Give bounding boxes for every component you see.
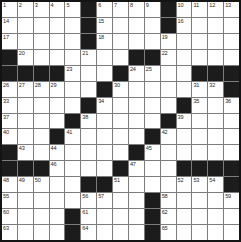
black-square (50, 129, 65, 144)
grid-cell-r14c3[interactable] (34, 209, 49, 224)
grid-cell-r7c3[interactable] (34, 98, 49, 113)
clue-number-5: 5 (66, 2, 69, 9)
black-square (81, 34, 96, 49)
black-square (50, 66, 65, 81)
grid-cell-r6c12[interactable] (177, 82, 192, 97)
grid-cell-r15c11[interactable]: 65 (161, 225, 176, 240)
grid-cell-r15c12[interactable] (177, 225, 192, 240)
grid-cell-r2c9[interactable] (129, 18, 144, 33)
clue-number-59: 59 (225, 193, 231, 200)
grid-cell-r11c9[interactable]: 47 (129, 161, 144, 176)
grid-cell-r13c13[interactable] (192, 193, 207, 208)
grid-cell-r7c1[interactable]: 33 (2, 98, 17, 113)
grid-cell-r3c8[interactable] (113, 34, 128, 49)
clue-number-42: 42 (162, 129, 168, 136)
grid-cell-r2c7[interactable]: 15 (97, 18, 112, 33)
grid-cell-r10c7[interactable] (97, 145, 112, 160)
grid-cell-r4c6[interactable]: 21 (81, 50, 96, 65)
black-square (224, 161, 239, 176)
grid-cell-r15c7[interactable] (97, 225, 112, 240)
grid-cell-r10c4[interactable]: 44 (50, 145, 65, 160)
black-square (161, 18, 176, 33)
grid-cell-r13c3[interactable] (34, 193, 49, 208)
black-square (65, 209, 80, 224)
grid-cell-r11c11[interactable] (161, 161, 176, 176)
clue-number-10: 10 (178, 2, 184, 9)
grid-cell-r6c14[interactable]: 32 (208, 82, 223, 97)
clue-number-13: 13 (225, 2, 231, 9)
grid-cell-r12c13[interactable]: 53 (192, 177, 207, 192)
black-square (129, 145, 144, 160)
crossword-board: 1234567891011121314151617181920212223242… (0, 0, 241, 242)
grid-cell-r8c1[interactable]: 37 (2, 114, 17, 129)
grid-cell-r6c11[interactable] (161, 82, 176, 97)
grid-cell-r1c14[interactable]: 12 (208, 2, 223, 17)
clue-number-36: 36 (225, 98, 231, 105)
grid-cell-r3c5[interactable] (65, 34, 80, 49)
black-square (145, 50, 160, 65)
grid-cell-r15c13[interactable] (192, 225, 207, 240)
grid-cell-r10c5[interactable] (65, 145, 80, 160)
grid-cell-r7c9[interactable] (129, 98, 144, 113)
clue-number-47: 47 (130, 161, 136, 168)
grid-cell-r10c6[interactable] (81, 145, 96, 160)
grid-cell-r10c2[interactable]: 43 (18, 145, 33, 160)
grid-cell-r9c8[interactable] (113, 129, 128, 144)
black-square (97, 82, 112, 97)
clue-number-30: 30 (114, 82, 120, 89)
grid-cell-r13c12[interactable] (177, 193, 192, 208)
clue-number-39: 39 (178, 114, 184, 121)
black-square (2, 50, 17, 65)
grid-cell-r15c8[interactable] (113, 225, 128, 240)
grid-cell-r11c5[interactable] (65, 161, 80, 176)
clue-number-41: 41 (66, 129, 72, 136)
grid-cell-r11c7[interactable] (97, 161, 112, 176)
clue-number-64: 64 (82, 225, 88, 232)
grid-cell-r4c11[interactable]: 22 (161, 50, 176, 65)
black-square (224, 82, 239, 97)
grid-cell-r15c9[interactable] (129, 225, 144, 240)
grid-cell-r12c12[interactable]: 52 (177, 177, 192, 192)
clue-number-34: 34 (98, 98, 104, 105)
clue-number-61: 61 (82, 209, 88, 216)
grid-cell-r5c9[interactable]: 24 (129, 66, 144, 81)
grid-cell-r4c14[interactable] (208, 50, 223, 65)
grid-cell-r14c15[interactable] (224, 209, 239, 224)
grid-cell-r4c15[interactable] (224, 50, 239, 65)
clue-number-16: 16 (178, 18, 184, 25)
grid-cell-r10c13[interactable] (192, 145, 207, 160)
clue-number-44: 44 (51, 145, 57, 152)
grid-cell-r14c6[interactable]: 61 (81, 209, 96, 224)
black-square (177, 161, 192, 176)
clue-number-52: 52 (178, 177, 184, 184)
grid-cell-r8c2[interactable] (18, 114, 33, 129)
clue-number-54: 54 (209, 177, 215, 184)
grid-cell-r13c4[interactable] (50, 193, 65, 208)
grid-cell-r8c3[interactable] (34, 114, 49, 129)
grid-cell-r2c4[interactable] (50, 18, 65, 33)
black-square (161, 114, 176, 129)
clue-number-33: 33 (3, 98, 9, 105)
black-square (224, 177, 239, 192)
clue-number-12: 12 (209, 2, 215, 9)
black-square (145, 193, 160, 208)
grid-cell-r4c5[interactable] (65, 50, 80, 65)
grid-cell-r9c12[interactable] (177, 129, 192, 144)
grid-cell-r1c9[interactable]: 8 (129, 2, 144, 17)
grid-cell-r1c5[interactable]: 5 (65, 2, 80, 17)
grid-cell-r8c14[interactable] (208, 114, 223, 129)
grid-cell-r14c2[interactable] (18, 209, 33, 224)
grid-cell-r8c10[interactable] (145, 114, 160, 129)
grid-cell-r6c3[interactable]: 28 (34, 82, 49, 97)
grid-cell-r15c4[interactable] (50, 225, 65, 240)
grid-cell-r1c1[interactable]: 1 (2, 2, 17, 17)
grid-cell-r15c2[interactable] (18, 225, 33, 240)
grid-cell-r13c6[interactable]: 56 (81, 193, 96, 208)
black-square (34, 66, 49, 81)
grid-cell-r14c11[interactable]: 62 (161, 209, 176, 224)
grid-cell-r6c1[interactable]: 26 (2, 82, 17, 97)
clue-number-28: 28 (35, 82, 41, 89)
clue-number-25: 25 (146, 66, 152, 73)
black-square (81, 2, 96, 17)
grid-cell-r3c13[interactable] (192, 34, 207, 49)
grid-cell-r12c5[interactable] (65, 177, 80, 192)
grid-cell-r8c7[interactable] (97, 114, 112, 129)
grid-cell-r1c13[interactable]: 11 (192, 2, 207, 17)
grid-cell-r13c15[interactable]: 59 (224, 193, 239, 208)
clue-number-35: 35 (193, 98, 199, 105)
grid-cell-r9c6[interactable] (81, 129, 96, 144)
grid-cell-r6c6[interactable] (81, 82, 96, 97)
clue-number-6: 6 (98, 2, 101, 9)
grid-cell-r4c13[interactable] (192, 50, 207, 65)
grid-cell-r7c7[interactable]: 34 (97, 98, 112, 113)
black-square (65, 225, 80, 240)
grid-cell-r11c6[interactable] (81, 161, 96, 176)
grid-cell-r7c2[interactable] (18, 98, 33, 113)
clue-number-43: 43 (19, 145, 25, 152)
grid-cell-r3c7[interactable]: 18 (97, 34, 112, 49)
grid-cell-r9c13[interactable] (192, 129, 207, 144)
grid-cell-r4c7[interactable] (97, 50, 112, 65)
clue-number-63: 63 (3, 225, 9, 232)
clue-number-32: 32 (209, 82, 215, 89)
grid-cell-r14c4[interactable] (50, 209, 65, 224)
black-square (97, 177, 112, 192)
grid-cell-r12c3[interactable]: 50 (34, 177, 49, 192)
clue-number-37: 37 (3, 114, 9, 121)
grid-cell-r12c4[interactable] (50, 177, 65, 192)
grid-cell-r7c15[interactable]: 36 (224, 98, 239, 113)
clue-number-22: 22 (162, 50, 168, 57)
grid-cell-r7c8[interactable] (113, 98, 128, 113)
grid-cell-r9c9[interactable] (129, 129, 144, 144)
clue-number-7: 7 (114, 2, 117, 9)
black-square (18, 161, 33, 176)
clue-number-1: 1 (3, 2, 6, 9)
grid-cell-r8c4[interactable] (50, 114, 65, 129)
grid-cell-r2c10[interactable] (145, 18, 160, 33)
clue-number-17: 17 (3, 34, 9, 41)
grid-cell-r9c7[interactable] (97, 129, 112, 144)
grid-cell-r2c13[interactable] (192, 18, 207, 33)
grid-cell-r7c14[interactable] (208, 98, 223, 113)
black-square (2, 66, 17, 81)
grid-cell-r6c2[interactable]: 27 (18, 82, 33, 97)
grid-cell-r3c1[interactable]: 17 (2, 34, 17, 49)
grid-cell-r4c8[interactable] (113, 50, 128, 65)
clue-number-23: 23 (66, 66, 72, 73)
clue-number-49: 49 (19, 177, 25, 184)
black-square (2, 161, 17, 176)
clue-number-15: 15 (98, 18, 104, 25)
black-square (224, 66, 239, 81)
grid-cell-r3c4[interactable] (50, 34, 65, 49)
clue-number-38: 38 (82, 114, 88, 121)
grid-cell-r3c9[interactable] (129, 34, 144, 49)
grid-cell-r3c2[interactable] (18, 34, 33, 49)
grid-cell-r11c4[interactable]: 46 (50, 161, 65, 176)
clue-number-46: 46 (51, 161, 57, 168)
grid-cell-r8c6[interactable]: 38 (81, 114, 96, 129)
black-square (129, 50, 144, 65)
grid-cell-r15c6[interactable]: 64 (81, 225, 96, 240)
black-square (192, 66, 207, 81)
grid-cell-r9c15[interactable] (224, 129, 239, 144)
grid-cell-r4c12[interactable] (177, 50, 192, 65)
grid-cell-r8c9[interactable] (129, 114, 144, 129)
grid-cell-r6c10[interactable] (145, 82, 160, 97)
grid-cell-r3c10[interactable] (145, 34, 160, 49)
grid-cell-r12c9[interactable] (129, 177, 144, 192)
grid-cell-r12c14[interactable]: 54 (208, 177, 223, 192)
black-square (177, 98, 192, 113)
grid-cell-r1c4[interactable]: 4 (50, 2, 65, 17)
grid-cell-r8c8[interactable] (113, 114, 128, 129)
grid-cell-r6c9[interactable] (129, 82, 144, 97)
black-square (208, 66, 223, 81)
black-square (18, 66, 33, 81)
grid-cell-r5c6[interactable] (81, 66, 96, 81)
black-square (113, 161, 128, 176)
grid-cell-r7c10[interactable] (145, 98, 160, 113)
grid-cell-r13c2[interactable] (18, 193, 33, 208)
grid-cell-r7c13[interactable]: 35 (192, 98, 207, 113)
grid-cell-r13c14[interactable] (208, 193, 223, 208)
clue-number-45: 45 (146, 145, 152, 152)
grid-cell-r5c10[interactable]: 25 (145, 66, 160, 81)
clue-number-60: 60 (3, 209, 9, 216)
clue-number-24: 24 (130, 66, 136, 73)
grid-cell-r13c11[interactable]: 58 (161, 193, 176, 208)
black-square (161, 2, 176, 17)
grid-cell-r10c3[interactable] (34, 145, 49, 160)
clue-number-27: 27 (19, 82, 25, 89)
grid-cell-r11c10[interactable] (145, 161, 160, 176)
grid-cell-r10c11[interactable] (161, 145, 176, 160)
clue-number-56: 56 (82, 193, 88, 200)
grid-cell-r4c3[interactable] (34, 50, 49, 65)
grid-cell-r10c8[interactable] (113, 145, 128, 160)
grid-cell-r1c15[interactable]: 13 (224, 2, 239, 17)
black-square (113, 66, 128, 81)
clue-number-19: 19 (162, 34, 168, 41)
grid-cell-r8c12[interactable]: 39 (177, 114, 192, 129)
clue-number-48: 48 (3, 177, 9, 184)
black-square (145, 225, 160, 240)
grid-cell-r12c1[interactable]: 48 (2, 177, 17, 192)
black-square (81, 98, 96, 113)
clue-number-18: 18 (98, 34, 104, 41)
grid-cell-r3c14[interactable] (208, 34, 223, 49)
clue-number-62: 62 (162, 209, 168, 216)
grid-cell-r15c15[interactable] (224, 225, 239, 240)
grid-cell-r6c4[interactable]: 29 (50, 82, 65, 97)
grid-cell-r2c8[interactable] (113, 18, 128, 33)
clue-number-26: 26 (3, 82, 9, 89)
grid-cell-r1c3[interactable]: 3 (34, 2, 49, 17)
grid-cell-r2c12[interactable]: 16 (177, 18, 192, 33)
grid-cell-r1c8[interactable]: 7 (113, 2, 128, 17)
clue-number-21: 21 (82, 50, 88, 57)
grid-cell-r4c4[interactable] (50, 50, 65, 65)
grid-cell-r10c14[interactable] (208, 145, 223, 160)
grid-cell-r5c12[interactable] (177, 66, 192, 81)
grid-cell-r9c14[interactable] (208, 129, 223, 144)
black-square (192, 161, 207, 176)
grid-cell-r3c3[interactable] (34, 34, 49, 49)
grid-cell-r7c11[interactable] (161, 98, 176, 113)
grid-cell-r3c15[interactable] (224, 34, 239, 49)
grid-cell-r12c2[interactable]: 49 (18, 177, 33, 192)
grid-cell-r12c11[interactable] (161, 177, 176, 192)
clue-number-57: 57 (98, 193, 104, 200)
grid-cell-r9c1[interactable]: 40 (2, 129, 17, 144)
black-square (34, 161, 49, 176)
grid-cell-r6c8[interactable]: 30 (113, 82, 128, 97)
crossword-puzzle: 1234567891011121314151617181920212223242… (0, 0, 241, 242)
grid-cell-r2c2[interactable] (18, 18, 33, 33)
grid-cell-r13c5[interactable] (65, 193, 80, 208)
grid-cell-r5c11[interactable] (161, 66, 176, 81)
black-square (65, 114, 80, 129)
grid-cell-r15c1[interactable]: 63 (2, 225, 17, 240)
grid-cell-r14c12[interactable] (177, 209, 192, 224)
clue-number-29: 29 (51, 82, 57, 89)
clue-number-3: 3 (35, 2, 38, 9)
clue-number-20: 20 (19, 50, 25, 57)
grid-cell-r15c3[interactable] (34, 225, 49, 240)
grid-cell-r1c12[interactable]: 10 (177, 2, 192, 17)
clue-number-14: 14 (3, 18, 9, 25)
black-square (81, 18, 96, 33)
grid-cell-r14c9[interactable] (129, 209, 144, 224)
grid-cell-r9c5[interactable]: 41 (65, 129, 80, 144)
clue-number-8: 8 (130, 2, 133, 9)
grid-cell-r15c14[interactable] (208, 225, 223, 240)
grid-cell-r5c5[interactable]: 23 (65, 66, 80, 81)
clue-number-40: 40 (3, 129, 9, 136)
black-square (81, 177, 96, 192)
clue-number-31: 31 (193, 82, 199, 89)
grid-cell-r14c13[interactable] (192, 209, 207, 224)
grid-cell-r4c2[interactable]: 20 (18, 50, 33, 65)
grid-cell-r9c11[interactable]: 42 (161, 129, 176, 144)
grid-cell-r13c8[interactable] (113, 193, 128, 208)
clue-number-11: 11 (193, 2, 198, 9)
grid-cell-r6c5[interactable] (65, 82, 80, 97)
grid-cell-r7c4[interactable] (50, 98, 65, 113)
grid-cell-r2c1[interactable]: 14 (2, 18, 17, 33)
grid-cell-r13c7[interactable]: 57 (97, 193, 112, 208)
clue-number-53: 53 (193, 177, 199, 184)
clue-number-55: 55 (3, 193, 9, 200)
grid-cell-r1c2[interactable]: 2 (18, 2, 33, 17)
clue-number-2: 2 (19, 2, 22, 9)
grid-cell-r3c12[interactable] (177, 34, 192, 49)
clue-number-51: 51 (114, 177, 120, 184)
clue-number-58: 58 (162, 193, 168, 200)
grid-cell-r12c10[interactable] (145, 177, 160, 192)
grid-cell-r6c13[interactable]: 31 (192, 82, 207, 97)
grid-cell-r12c8[interactable]: 51 (113, 177, 128, 192)
grid-cell-r2c14[interactable] (208, 18, 223, 33)
clue-number-65: 65 (162, 225, 168, 232)
grid-cell-r7c5[interactable] (65, 98, 80, 113)
black-square (145, 129, 160, 144)
grid-cell-r14c14[interactable] (208, 209, 223, 224)
grid-cell-r8c15[interactable] (224, 114, 239, 129)
clue-number-4: 4 (51, 2, 54, 9)
grid-cell-r10c10[interactable]: 45 (145, 145, 160, 160)
clue-number-9: 9 (146, 2, 149, 9)
grid-cell-r14c7[interactable] (97, 209, 112, 224)
grid-cell-r3c11[interactable]: 19 (161, 34, 176, 49)
grid-cell-r14c1[interactable]: 60 (2, 209, 17, 224)
black-square (2, 145, 17, 160)
grid-cell-r13c9[interactable] (129, 193, 144, 208)
black-square (208, 161, 223, 176)
grid-cell-r13c1[interactable]: 55 (2, 193, 17, 208)
grid-cell-r2c15[interactable] (224, 18, 239, 33)
grid-cell-r10c15[interactable] (224, 145, 239, 160)
grid-cell-r10c12[interactable] (177, 145, 192, 160)
grid-cell-r8c13[interactable] (192, 114, 207, 129)
black-square (145, 209, 160, 224)
grid-cell-r2c3[interactable] (34, 18, 49, 33)
grid-cell-r9c3[interactable] (34, 129, 49, 144)
grid-cell-r14c8[interactable] (113, 209, 128, 224)
grid-cell-r2c5[interactable] (65, 18, 80, 33)
grid-cell-r1c7[interactable]: 6 (97, 2, 112, 17)
grid-cell-r5c7[interactable] (97, 66, 112, 81)
clue-number-50: 50 (35, 177, 41, 184)
grid-cell-r9c2[interactable] (18, 129, 33, 144)
grid-cell-r1c10[interactable]: 9 (145, 2, 160, 17)
